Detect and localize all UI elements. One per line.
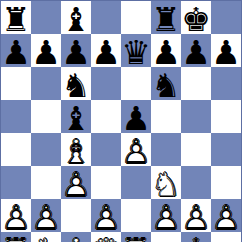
piece-outline: ♙: [121, 135, 151, 168]
square-g5[interactable]: [181, 100, 211, 133]
piece-white-bishop[interactable]: ♝♗: [61, 135, 91, 168]
square-d7[interactable]: ♟: [91, 34, 121, 67]
square-b8[interactable]: [31, 1, 61, 34]
piece-outline: ♖: [121, 234, 151, 242]
square-e5[interactable]: ♟: [121, 100, 151, 133]
square-h6[interactable]: [211, 67, 241, 100]
piece-black-rook[interactable]: ♜: [1, 3, 31, 36]
square-h1[interactable]: [211, 232, 241, 242]
square-b3[interactable]: [31, 166, 61, 199]
piece-outline: ♗: [61, 234, 91, 242]
square-d3[interactable]: [91, 166, 121, 199]
square-e6[interactable]: [121, 67, 151, 100]
square-a5[interactable]: [1, 100, 31, 133]
piece-outline: ♙: [91, 201, 121, 234]
piece-outline: ♙: [31, 201, 61, 234]
square-c1[interactable]: ♝♗: [61, 232, 91, 242]
square-c4[interactable]: ♝♗: [61, 133, 91, 166]
square-g7[interactable]: ♟: [181, 34, 211, 67]
square-d1[interactable]: ♛♕: [91, 232, 121, 242]
piece-black-king[interactable]: ♚: [181, 3, 211, 36]
piece-black-pawn[interactable]: ♟: [151, 36, 181, 69]
square-a3[interactable]: [1, 166, 31, 199]
square-c3[interactable]: ♟♙: [61, 166, 91, 199]
square-f4[interactable]: [151, 133, 181, 166]
square-d8[interactable]: [91, 1, 121, 34]
square-d2[interactable]: ♟♙: [91, 199, 121, 232]
square-a8[interactable]: ♜: [1, 1, 31, 34]
square-h2[interactable]: ♟♙: [211, 199, 241, 232]
piece-black-pawn[interactable]: ♟: [91, 36, 121, 69]
piece-black-pawn[interactable]: ♟: [31, 36, 61, 69]
square-d6[interactable]: [91, 67, 121, 100]
piece-outline: ♔: [181, 234, 211, 242]
piece-white-bishop[interactable]: ♝♗: [61, 234, 91, 242]
square-c5[interactable]: ♝: [61, 100, 91, 133]
square-h7[interactable]: ♟: [211, 34, 241, 67]
piece-black-bishop[interactable]: ♝: [61, 3, 91, 36]
square-h3[interactable]: [211, 166, 241, 199]
piece-white-knight[interactable]: ♞♘: [31, 234, 61, 242]
piece-white-rook[interactable]: ♜♖: [121, 234, 151, 242]
square-c8[interactable]: ♝: [61, 1, 91, 34]
piece-black-knight[interactable]: ♞: [151, 69, 181, 102]
square-f6[interactable]: ♞: [151, 67, 181, 100]
piece-outline: ♕: [91, 234, 121, 242]
piece-black-knight[interactable]: ♞: [61, 69, 91, 102]
piece-black-queen[interactable]: ♛: [121, 36, 151, 69]
piece-white-pawn[interactable]: ♟♙: [91, 201, 121, 234]
square-g8[interactable]: ♚: [181, 1, 211, 34]
square-f8[interactable]: ♜: [151, 1, 181, 34]
square-b2[interactable]: ♟♙: [31, 199, 61, 232]
piece-outline: ♘: [31, 234, 61, 242]
piece-white-pawn[interactable]: ♟♙: [1, 201, 31, 234]
square-g1[interactable]: ♚♔: [181, 232, 211, 242]
chess-board: ♜♝♜♚♟♟♟♟♛♟♟♟♞♞♝♟♝♗♟♙♟♙♞♘♟♙♟♙♟♙♟♙♟♙♟♙♜♖♞♘…: [0, 0, 242, 242]
piece-white-knight[interactable]: ♞♘: [151, 168, 181, 201]
piece-black-pawn[interactable]: ♟: [181, 36, 211, 69]
piece-white-pawn[interactable]: ♟♙: [31, 201, 61, 234]
square-f2[interactable]: ♟♙: [151, 199, 181, 232]
square-e4[interactable]: ♟♙: [121, 133, 151, 166]
square-a7[interactable]: ♟: [1, 34, 31, 67]
piece-black-bishop[interactable]: ♝: [61, 102, 91, 135]
square-a6[interactable]: [1, 67, 31, 100]
square-e7[interactable]: ♛: [121, 34, 151, 67]
square-b6[interactable]: [31, 67, 61, 100]
square-e8[interactable]: [121, 1, 151, 34]
square-a1[interactable]: ♜♖: [1, 232, 31, 242]
piece-white-pawn[interactable]: ♟♙: [151, 201, 181, 234]
square-c6[interactable]: ♞: [61, 67, 91, 100]
piece-outline: ♙: [61, 168, 91, 201]
square-a4[interactable]: [1, 133, 31, 166]
square-e2[interactable]: [121, 199, 151, 232]
square-f5[interactable]: [151, 100, 181, 133]
square-h8[interactable]: [211, 1, 241, 34]
square-f1[interactable]: [151, 232, 181, 242]
square-h4[interactable]: [211, 133, 241, 166]
piece-outline: ♗: [61, 135, 91, 168]
square-c7[interactable]: ♟: [61, 34, 91, 67]
square-g4[interactable]: [181, 133, 211, 166]
square-d5[interactable]: [91, 100, 121, 133]
square-h5[interactable]: [211, 100, 241, 133]
piece-white-pawn[interactable]: ♟♙: [181, 201, 211, 234]
square-f7[interactable]: ♟: [151, 34, 181, 67]
piece-outline: ♙: [211, 201, 241, 234]
piece-black-pawn[interactable]: ♟: [211, 36, 241, 69]
square-b5[interactable]: [31, 100, 61, 133]
piece-black-rook[interactable]: ♜: [151, 3, 181, 36]
piece-white-rook[interactable]: ♜♖: [1, 234, 31, 242]
piece-white-king[interactable]: ♚♔: [181, 234, 211, 242]
square-f3[interactable]: ♞♘: [151, 166, 181, 199]
square-e1[interactable]: ♜♖: [121, 232, 151, 242]
piece-outline: ♘: [151, 168, 181, 201]
square-c2[interactable]: [61, 199, 91, 232]
piece-white-queen[interactable]: ♛♕: [91, 234, 121, 242]
piece-white-pawn[interactable]: ♟♙: [121, 135, 151, 168]
square-g2[interactable]: ♟♙: [181, 199, 211, 232]
square-a2[interactable]: ♟♙: [1, 199, 31, 232]
square-e3[interactable]: [121, 166, 151, 199]
piece-black-pawn[interactable]: ♟: [61, 36, 91, 69]
piece-outline: ♙: [151, 201, 181, 234]
piece-white-pawn[interactable]: ♟♙: [211, 201, 241, 234]
piece-outline: ♙: [181, 201, 211, 234]
piece-white-pawn[interactable]: ♟♙: [61, 168, 91, 201]
square-g6[interactable]: [181, 67, 211, 100]
square-g3[interactable]: [181, 166, 211, 199]
square-b7[interactable]: ♟: [31, 34, 61, 67]
square-b4[interactable]: [31, 133, 61, 166]
piece-black-pawn[interactable]: ♟: [1, 36, 31, 69]
square-d4[interactable]: [91, 133, 121, 166]
piece-outline: ♙: [1, 201, 31, 234]
piece-black-pawn[interactable]: ♟: [121, 102, 151, 135]
piece-outline: ♖: [1, 234, 31, 242]
square-b1[interactable]: ♞♘: [31, 232, 61, 242]
